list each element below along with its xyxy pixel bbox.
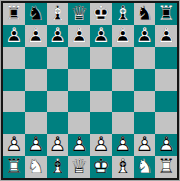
piece-outline-glyph: ♙ <box>5 25 23 45</box>
piece-outline-glyph: ♙ <box>48 135 66 155</box>
piece-outline-glyph: ♗ <box>48 156 66 176</box>
piece-fill-glyph: ♟ <box>135 25 153 45</box>
square-e1[interactable]: ♚♔ <box>90 156 112 178</box>
piece-fill-glyph: ♟ <box>114 25 132 45</box>
piece-fill-glyph: ♟ <box>5 25 23 45</box>
black-pawn-icon[interactable]: ♟♙ <box>47 25 69 47</box>
square-b7[interactable]: ♟♙ <box>25 25 47 47</box>
square-g3[interactable] <box>134 112 156 134</box>
square-h2[interactable]: ♟♙ <box>155 134 177 156</box>
square-g4[interactable] <box>134 91 156 113</box>
square-f4[interactable] <box>112 91 134 113</box>
piece-fill-glyph: ♝ <box>114 3 132 23</box>
square-g7[interactable]: ♟♙ <box>134 25 156 47</box>
white-king-icon[interactable]: ♚♔ <box>90 156 112 178</box>
white-rook-icon[interactable]: ♜♖ <box>155 156 177 178</box>
piece-fill-glyph: ♝ <box>48 156 66 176</box>
square-h7[interactable]: ♟♙ <box>155 25 177 47</box>
piece-outline-glyph: ♕ <box>70 156 88 176</box>
square-h1[interactable]: ♜♖ <box>155 156 177 178</box>
piece-fill-glyph: ♟ <box>157 25 175 45</box>
square-h3[interactable] <box>155 112 177 134</box>
piece-fill-glyph: ♞ <box>135 156 153 176</box>
piece-outline-glyph: ♙ <box>135 25 153 45</box>
black-pawn-icon[interactable]: ♟♙ <box>68 25 90 47</box>
piece-outline-glyph: ♖ <box>157 156 175 176</box>
chess-board: ♜♖♞♘♝♗♛♕♚♔♝♗♞♘♜♖♟♙♟♙♟♙♟♙♟♙♟♙♟♙♟♙♟♙♟♙♟♙♟♙… <box>3 3 177 178</box>
piece-outline-glyph: ♙ <box>114 135 132 155</box>
square-b1[interactable]: ♞♘ <box>25 156 47 178</box>
piece-fill-glyph: ♟ <box>48 25 66 45</box>
white-pawn-icon[interactable]: ♟♙ <box>134 134 156 156</box>
white-rook-icon[interactable]: ♜♖ <box>3 156 25 178</box>
black-rook-icon[interactable]: ♜♖ <box>3 3 25 25</box>
square-c8[interactable]: ♝♗ <box>47 3 69 25</box>
piece-outline-glyph: ♙ <box>27 135 45 155</box>
piece-outline-glyph: ♕ <box>70 3 88 23</box>
white-knight-icon[interactable]: ♞♘ <box>25 156 47 178</box>
square-c7[interactable]: ♟♙ <box>47 25 69 47</box>
black-pawn-icon[interactable]: ♟♙ <box>155 25 177 47</box>
black-rook-icon[interactable]: ♜♖ <box>155 3 177 25</box>
square-h6[interactable] <box>155 47 177 69</box>
square-e8[interactable]: ♚♔ <box>90 3 112 25</box>
square-c4[interactable] <box>47 91 69 113</box>
piece-outline-glyph: ♙ <box>27 25 45 45</box>
square-f6[interactable] <box>112 47 134 69</box>
piece-fill-glyph: ♜ <box>157 3 175 23</box>
black-pawn-icon[interactable]: ♟♙ <box>112 25 134 47</box>
black-pawn-icon[interactable]: ♟♙ <box>3 25 25 47</box>
white-pawn-icon[interactable]: ♟♙ <box>25 134 47 156</box>
black-pawn-icon[interactable]: ♟♙ <box>25 25 47 47</box>
square-c2[interactable]: ♟♙ <box>47 134 69 156</box>
piece-fill-glyph: ♚ <box>92 3 110 23</box>
square-e7[interactable]: ♟♙ <box>90 25 112 47</box>
piece-outline-glyph: ♗ <box>114 156 132 176</box>
square-h5[interactable] <box>155 69 177 91</box>
piece-fill-glyph: ♜ <box>157 156 175 176</box>
square-f1[interactable]: ♝♗ <box>112 156 134 178</box>
piece-fill-glyph: ♟ <box>92 25 110 45</box>
square-e4[interactable] <box>90 91 112 113</box>
piece-outline-glyph: ♖ <box>5 3 23 23</box>
square-g2[interactable]: ♟♙ <box>134 134 156 156</box>
square-h4[interactable] <box>155 91 177 113</box>
square-e2[interactable]: ♟♙ <box>90 134 112 156</box>
piece-outline-glyph: ♙ <box>70 135 88 155</box>
piece-outline-glyph: ♙ <box>5 135 23 155</box>
piece-fill-glyph: ♟ <box>5 135 23 155</box>
piece-outline-glyph: ♙ <box>157 25 175 45</box>
square-d2[interactable]: ♟♙ <box>68 134 90 156</box>
square-d5[interactable] <box>68 69 90 91</box>
piece-fill-glyph: ♟ <box>70 135 88 155</box>
piece-fill-glyph: ♟ <box>27 25 45 45</box>
piece-outline-glyph: ♔ <box>92 3 110 23</box>
piece-outline-glyph: ♙ <box>70 25 88 45</box>
white-pawn-icon[interactable]: ♟♙ <box>47 134 69 156</box>
square-d4[interactable] <box>68 91 90 113</box>
white-pawn-icon[interactable]: ♟♙ <box>68 134 90 156</box>
square-a8[interactable]: ♜♖ <box>3 3 25 25</box>
white-bishop-icon[interactable]: ♝♗ <box>112 156 134 178</box>
piece-fill-glyph: ♞ <box>135 3 153 23</box>
square-d7[interactable]: ♟♙ <box>68 25 90 47</box>
square-b4[interactable] <box>25 91 47 113</box>
square-f7[interactable]: ♟♙ <box>112 25 134 47</box>
white-pawn-icon[interactable]: ♟♙ <box>155 134 177 156</box>
piece-outline-glyph: ♙ <box>135 135 153 155</box>
piece-fill-glyph: ♛ <box>70 156 88 176</box>
black-pawn-icon[interactable]: ♟♙ <box>134 25 156 47</box>
square-a3[interactable] <box>3 112 25 134</box>
black-knight-icon[interactable]: ♞♘ <box>25 3 47 25</box>
square-e6[interactable] <box>90 47 112 69</box>
piece-outline-glyph: ♙ <box>157 135 175 155</box>
square-b2[interactable]: ♟♙ <box>25 134 47 156</box>
square-a4[interactable] <box>3 91 25 113</box>
piece-outline-glyph: ♘ <box>27 156 45 176</box>
piece-outline-glyph: ♘ <box>135 156 153 176</box>
piece-fill-glyph: ♟ <box>135 135 153 155</box>
white-knight-icon[interactable]: ♞♘ <box>134 156 156 178</box>
piece-fill-glyph: ♛ <box>70 3 88 23</box>
square-f8[interactable]: ♝♗ <box>112 3 134 25</box>
square-b6[interactable] <box>25 47 47 69</box>
square-c5[interactable] <box>47 69 69 91</box>
piece-fill-glyph: ♜ <box>5 3 23 23</box>
square-f2[interactable]: ♟♙ <box>112 134 134 156</box>
piece-fill-glyph: ♚ <box>92 156 110 176</box>
square-d1[interactable]: ♛♕ <box>68 156 90 178</box>
white-bishop-icon[interactable]: ♝♗ <box>47 156 69 178</box>
black-bishop-icon[interactable]: ♝♗ <box>112 3 134 25</box>
piece-fill-glyph: ♟ <box>114 135 132 155</box>
piece-fill-glyph: ♟ <box>48 135 66 155</box>
square-e5[interactable] <box>90 69 112 91</box>
black-knight-icon[interactable]: ♞♘ <box>134 3 156 25</box>
piece-outline-glyph: ♙ <box>114 25 132 45</box>
piece-outline-glyph: ♘ <box>135 3 153 23</box>
piece-outline-glyph: ♙ <box>48 25 66 45</box>
piece-outline-glyph: ♔ <box>92 156 110 176</box>
square-a6[interactable] <box>3 47 25 69</box>
piece-fill-glyph: ♟ <box>27 135 45 155</box>
white-pawn-icon[interactable]: ♟♙ <box>90 134 112 156</box>
piece-outline-glyph: ♙ <box>92 25 110 45</box>
black-queen-icon[interactable]: ♛♕ <box>68 3 90 25</box>
piece-outline-glyph: ♘ <box>27 3 45 23</box>
square-d8[interactable]: ♛♕ <box>68 3 90 25</box>
chess-board-frame: ♜♖♞♘♝♗♛♕♚♔♝♗♞♘♜♖♟♙♟♙♟♙♟♙♟♙♟♙♟♙♟♙♟♙♟♙♟♙♟♙… <box>0 0 180 181</box>
piece-fill-glyph: ♞ <box>27 3 45 23</box>
white-queen-icon[interactable]: ♛♕ <box>68 156 90 178</box>
piece-fill-glyph: ♝ <box>114 156 132 176</box>
piece-fill-glyph: ♟ <box>92 135 110 155</box>
square-a7[interactable]: ♟♙ <box>3 25 25 47</box>
square-c1[interactable]: ♝♗ <box>47 156 69 178</box>
square-g5[interactable] <box>134 69 156 91</box>
square-c6[interactable] <box>47 47 69 69</box>
piece-outline-glyph: ♗ <box>114 3 132 23</box>
square-d3[interactable] <box>68 112 90 134</box>
square-c3[interactable] <box>47 112 69 134</box>
piece-fill-glyph: ♞ <box>27 156 45 176</box>
square-a2[interactable]: ♟♙ <box>3 134 25 156</box>
square-g8[interactable]: ♞♘ <box>134 3 156 25</box>
piece-fill-glyph: ♟ <box>70 25 88 45</box>
square-a5[interactable] <box>3 69 25 91</box>
square-a1[interactable]: ♜♖ <box>3 156 25 178</box>
square-b8[interactable]: ♞♘ <box>25 3 47 25</box>
black-bishop-icon[interactable]: ♝♗ <box>47 3 69 25</box>
piece-fill-glyph: ♟ <box>157 135 175 155</box>
square-h8[interactable]: ♜♖ <box>155 3 177 25</box>
piece-outline-glyph: ♖ <box>157 3 175 23</box>
piece-fill-glyph: ♝ <box>48 3 66 23</box>
square-b5[interactable] <box>25 69 47 91</box>
black-pawn-icon[interactable]: ♟♙ <box>90 25 112 47</box>
square-f5[interactable] <box>112 69 134 91</box>
square-g6[interactable] <box>134 47 156 69</box>
square-g1[interactable]: ♞♘ <box>134 156 156 178</box>
black-king-icon[interactable]: ♚♔ <box>90 3 112 25</box>
piece-fill-glyph: ♜ <box>5 156 23 176</box>
piece-outline-glyph: ♗ <box>48 3 66 23</box>
piece-outline-glyph: ♙ <box>92 135 110 155</box>
white-pawn-icon[interactable]: ♟♙ <box>112 134 134 156</box>
white-pawn-icon[interactable]: ♟♙ <box>3 134 25 156</box>
piece-outline-glyph: ♖ <box>5 156 23 176</box>
square-d6[interactable] <box>68 47 90 69</box>
square-f3[interactable] <box>112 112 134 134</box>
square-b3[interactable] <box>25 112 47 134</box>
square-e3[interactable] <box>90 112 112 134</box>
